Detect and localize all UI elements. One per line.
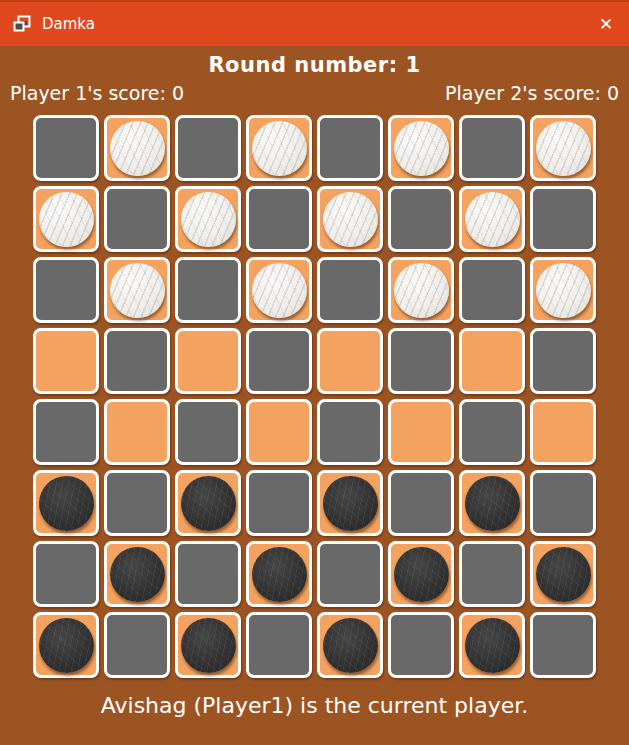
square-r7c3[interactable] xyxy=(175,541,241,607)
square-r4c4[interactable] xyxy=(246,328,312,394)
square-r8c2[interactable] xyxy=(104,612,170,678)
square-r2c2[interactable] xyxy=(104,186,170,252)
square-r5c2[interactable] xyxy=(104,399,170,465)
white-piece[interactable] xyxy=(394,263,449,318)
black-piece[interactable] xyxy=(394,547,449,602)
white-piece[interactable] xyxy=(110,121,165,176)
black-piece[interactable] xyxy=(465,476,520,531)
square-r8c7[interactable] xyxy=(459,612,525,678)
square-r5c3[interactable] xyxy=(175,399,241,465)
square-r6c6[interactable] xyxy=(388,470,454,536)
square-r4c7[interactable] xyxy=(459,328,525,394)
square-r2c4[interactable] xyxy=(246,186,312,252)
black-piece[interactable] xyxy=(252,547,307,602)
square-r2c3[interactable] xyxy=(175,186,241,252)
square-r4c3[interactable] xyxy=(175,328,241,394)
current-player-status: Avishag (Player1) is the current player. xyxy=(0,693,629,718)
square-r3c2[interactable] xyxy=(104,257,170,323)
white-piece[interactable] xyxy=(536,263,591,318)
white-piece[interactable] xyxy=(323,192,378,247)
square-r7c6[interactable] xyxy=(388,541,454,607)
square-r1c6[interactable] xyxy=(388,115,454,181)
square-r1c2[interactable] xyxy=(104,115,170,181)
square-r1c3[interactable] xyxy=(175,115,241,181)
round-number-heading: Round number: 1 xyxy=(0,53,629,77)
black-piece[interactable] xyxy=(323,476,378,531)
square-r1c5[interactable] xyxy=(317,115,383,181)
square-r6c3[interactable] xyxy=(175,470,241,536)
square-r6c5[interactable] xyxy=(317,470,383,536)
square-r4c5[interactable] xyxy=(317,328,383,394)
square-r5c7[interactable] xyxy=(459,399,525,465)
white-piece[interactable] xyxy=(252,263,307,318)
square-r2c8[interactable] xyxy=(530,186,596,252)
square-r2c7[interactable] xyxy=(459,186,525,252)
square-r8c5[interactable] xyxy=(317,612,383,678)
app-icon xyxy=(11,13,33,35)
square-r6c7[interactable] xyxy=(459,470,525,536)
white-piece[interactable] xyxy=(181,192,236,247)
square-r4c1[interactable] xyxy=(33,328,99,394)
square-r3c6[interactable] xyxy=(388,257,454,323)
square-r6c2[interactable] xyxy=(104,470,170,536)
square-r2c5[interactable] xyxy=(317,186,383,252)
white-piece[interactable] xyxy=(465,192,520,247)
square-r7c7[interactable] xyxy=(459,541,525,607)
square-r8c1[interactable] xyxy=(33,612,99,678)
square-r3c7[interactable] xyxy=(459,257,525,323)
white-piece[interactable] xyxy=(110,263,165,318)
square-r6c4[interactable] xyxy=(246,470,312,536)
player1-score-label: Player 1's score: 0 xyxy=(10,82,184,104)
square-r8c4[interactable] xyxy=(246,612,312,678)
square-r7c4[interactable] xyxy=(246,541,312,607)
black-piece[interactable] xyxy=(465,618,520,673)
square-r5c1[interactable] xyxy=(33,399,99,465)
checkers-board xyxy=(33,115,596,678)
square-r3c4[interactable] xyxy=(246,257,312,323)
white-piece[interactable] xyxy=(39,192,94,247)
black-piece[interactable] xyxy=(181,618,236,673)
square-r5c8[interactable] xyxy=(530,399,596,465)
square-r2c6[interactable] xyxy=(388,186,454,252)
square-r6c1[interactable] xyxy=(33,470,99,536)
black-piece[interactable] xyxy=(110,547,165,602)
close-icon[interactable]: ✕ xyxy=(583,2,629,46)
square-r2c1[interactable] xyxy=(33,186,99,252)
scores-row: Player 1's score: 0 Player 2's score: 0 xyxy=(0,82,629,104)
square-r3c3[interactable] xyxy=(175,257,241,323)
square-r5c5[interactable] xyxy=(317,399,383,465)
square-r5c4[interactable] xyxy=(246,399,312,465)
square-r1c7[interactable] xyxy=(459,115,525,181)
black-piece[interactable] xyxy=(536,547,591,602)
square-r7c8[interactable] xyxy=(530,541,596,607)
player2-score-label: Player 2's score: 0 xyxy=(445,82,619,104)
square-r8c6[interactable] xyxy=(388,612,454,678)
square-r1c8[interactable] xyxy=(530,115,596,181)
square-r4c6[interactable] xyxy=(388,328,454,394)
square-r3c5[interactable] xyxy=(317,257,383,323)
square-r1c1[interactable] xyxy=(33,115,99,181)
square-r4c8[interactable] xyxy=(530,328,596,394)
black-piece[interactable] xyxy=(323,618,378,673)
square-r1c4[interactable] xyxy=(246,115,312,181)
window-title: Damka xyxy=(42,15,95,33)
black-piece[interactable] xyxy=(39,618,94,673)
square-r3c1[interactable] xyxy=(33,257,99,323)
black-piece[interactable] xyxy=(39,476,94,531)
white-piece[interactable] xyxy=(252,121,307,176)
white-piece[interactable] xyxy=(536,121,591,176)
black-piece[interactable] xyxy=(181,476,236,531)
square-r7c2[interactable] xyxy=(104,541,170,607)
square-r4c2[interactable] xyxy=(104,328,170,394)
square-r6c8[interactable] xyxy=(530,470,596,536)
square-r7c1[interactable] xyxy=(33,541,99,607)
titlebar: Damka ✕ xyxy=(0,0,629,46)
square-r3c8[interactable] xyxy=(530,257,596,323)
square-r8c3[interactable] xyxy=(175,612,241,678)
square-r5c6[interactable] xyxy=(388,399,454,465)
white-piece[interactable] xyxy=(394,121,449,176)
square-r8c8[interactable] xyxy=(530,612,596,678)
square-r7c5[interactable] xyxy=(317,541,383,607)
